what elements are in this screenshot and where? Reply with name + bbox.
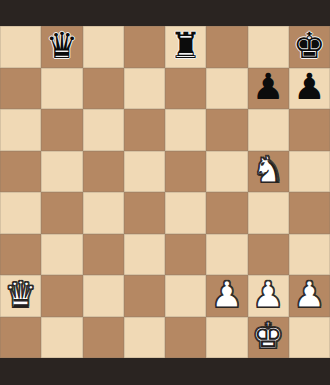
square-c5[interactable] bbox=[83, 151, 124, 193]
bottom-band bbox=[0, 358, 330, 385]
square-e4[interactable] bbox=[165, 192, 206, 234]
square-e8[interactable]: ♜ bbox=[165, 26, 206, 68]
square-f3[interactable] bbox=[206, 234, 247, 276]
square-e2[interactable] bbox=[165, 275, 206, 317]
square-g4[interactable] bbox=[248, 192, 289, 234]
square-g6[interactable] bbox=[248, 109, 289, 151]
square-a2[interactable]: ♛ bbox=[0, 275, 41, 317]
square-c6[interactable] bbox=[83, 109, 124, 151]
square-h6[interactable] bbox=[289, 109, 330, 151]
piece-black-rook[interactable]: ♜ bbox=[169, 28, 201, 64]
square-g7[interactable]: ♟ bbox=[248, 68, 289, 110]
square-d2[interactable] bbox=[124, 275, 165, 317]
piece-black-pawn[interactable]: ♟ bbox=[293, 69, 325, 105]
square-b1[interactable] bbox=[41, 317, 82, 359]
square-d1[interactable] bbox=[124, 317, 165, 359]
square-g2[interactable]: ♟ bbox=[248, 275, 289, 317]
chess-board[interactable]: ♛♜♚♟♟♞♛♟♟♟♚ bbox=[0, 26, 330, 358]
square-h8[interactable]: ♚ bbox=[289, 26, 330, 68]
square-c8[interactable] bbox=[83, 26, 124, 68]
square-c3[interactable] bbox=[83, 234, 124, 276]
square-g3[interactable] bbox=[248, 234, 289, 276]
square-a6[interactable] bbox=[0, 109, 41, 151]
square-h1[interactable] bbox=[289, 317, 330, 359]
square-d8[interactable] bbox=[124, 26, 165, 68]
square-d6[interactable] bbox=[124, 109, 165, 151]
square-b4[interactable] bbox=[41, 192, 82, 234]
square-d3[interactable] bbox=[124, 234, 165, 276]
piece-white-pawn[interactable]: ♟ bbox=[293, 277, 325, 313]
square-h3[interactable] bbox=[289, 234, 330, 276]
square-g5[interactable]: ♞ bbox=[248, 151, 289, 193]
piece-white-king[interactable]: ♚ bbox=[252, 318, 284, 354]
top-band bbox=[0, 0, 330, 26]
square-h4[interactable] bbox=[289, 192, 330, 234]
square-f2[interactable]: ♟ bbox=[206, 275, 247, 317]
piece-black-queen[interactable]: ♛ bbox=[46, 28, 78, 64]
square-a8[interactable] bbox=[0, 26, 41, 68]
square-d5[interactable] bbox=[124, 151, 165, 193]
square-b3[interactable] bbox=[41, 234, 82, 276]
square-f4[interactable] bbox=[206, 192, 247, 234]
piece-white-pawn[interactable]: ♟ bbox=[211, 277, 243, 313]
square-h2[interactable]: ♟ bbox=[289, 275, 330, 317]
square-a5[interactable] bbox=[0, 151, 41, 193]
square-d4[interactable] bbox=[124, 192, 165, 234]
square-c1[interactable] bbox=[83, 317, 124, 359]
square-f7[interactable] bbox=[206, 68, 247, 110]
square-c4[interactable] bbox=[83, 192, 124, 234]
square-f1[interactable] bbox=[206, 317, 247, 359]
square-a7[interactable] bbox=[0, 68, 41, 110]
square-e7[interactable] bbox=[165, 68, 206, 110]
square-e1[interactable] bbox=[165, 317, 206, 359]
square-g1[interactable]: ♚ bbox=[248, 317, 289, 359]
square-g8[interactable] bbox=[248, 26, 289, 68]
square-b5[interactable] bbox=[41, 151, 82, 193]
piece-white-queen[interactable]: ♛ bbox=[4, 277, 36, 313]
square-d7[interactable] bbox=[124, 68, 165, 110]
piece-black-pawn[interactable]: ♟ bbox=[252, 69, 284, 105]
square-a3[interactable] bbox=[0, 234, 41, 276]
square-b7[interactable] bbox=[41, 68, 82, 110]
app-frame: ♛♜♚♟♟♞♛♟♟♟♚ bbox=[0, 0, 330, 385]
square-c7[interactable] bbox=[83, 68, 124, 110]
square-e6[interactable] bbox=[165, 109, 206, 151]
square-e3[interactable] bbox=[165, 234, 206, 276]
piece-white-pawn[interactable]: ♟ bbox=[252, 277, 284, 313]
square-e5[interactable] bbox=[165, 151, 206, 193]
square-f6[interactable] bbox=[206, 109, 247, 151]
square-h5[interactable] bbox=[289, 151, 330, 193]
piece-white-knight[interactable]: ♞ bbox=[252, 152, 284, 188]
square-b6[interactable] bbox=[41, 109, 82, 151]
piece-black-king[interactable]: ♚ bbox=[293, 28, 325, 64]
square-a1[interactable] bbox=[0, 317, 41, 359]
square-b2[interactable] bbox=[41, 275, 82, 317]
square-f5[interactable] bbox=[206, 151, 247, 193]
square-c2[interactable] bbox=[83, 275, 124, 317]
square-h7[interactable]: ♟ bbox=[289, 68, 330, 110]
square-f8[interactable] bbox=[206, 26, 247, 68]
square-b8[interactable]: ♛ bbox=[41, 26, 82, 68]
square-a4[interactable] bbox=[0, 192, 41, 234]
